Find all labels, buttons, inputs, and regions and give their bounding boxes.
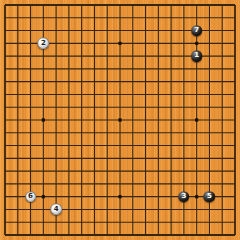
star-point bbox=[118, 41, 122, 45]
stone-move-number: 4 bbox=[54, 206, 59, 213]
black-stone-move-5: 5 bbox=[204, 191, 216, 203]
black-stone-move-1: 1 bbox=[191, 50, 203, 62]
go-board[interactable]: 1234567 bbox=[0, 0, 240, 240]
stone-move-number: 5 bbox=[207, 193, 212, 200]
star-point bbox=[195, 195, 199, 199]
star-point bbox=[41, 195, 45, 199]
white-stone-move-2: 2 bbox=[38, 38, 50, 50]
white-stone-move-4: 4 bbox=[50, 204, 62, 216]
white-stone-move-6: 6 bbox=[25, 191, 37, 203]
stone-move-number: 7 bbox=[194, 27, 199, 34]
stone-move-number: 1 bbox=[194, 53, 199, 60]
stone-move-number: 2 bbox=[41, 40, 46, 47]
stone-move-number: 3 bbox=[181, 193, 186, 200]
star-point bbox=[41, 118, 45, 122]
star-point bbox=[195, 41, 199, 45]
black-stone-move-7: 7 bbox=[191, 25, 203, 37]
board-grid bbox=[0, 0, 240, 240]
black-stone-move-3: 3 bbox=[178, 191, 190, 203]
stone-move-number: 6 bbox=[28, 193, 33, 200]
star-point bbox=[195, 118, 199, 122]
star-point bbox=[118, 195, 122, 199]
star-point bbox=[118, 118, 122, 122]
